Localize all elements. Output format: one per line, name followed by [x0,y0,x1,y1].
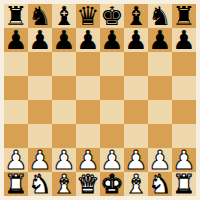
square-a7[interactable]: ♟ [4,28,28,52]
square-e7[interactable]: ♟ [100,28,124,52]
square-g1[interactable]: ♞ [148,172,172,196]
square-d7[interactable]: ♟ [76,28,100,52]
square-a6[interactable] [4,52,28,76]
black-pawn[interactable]: ♟ [100,28,123,52]
square-b6[interactable] [28,52,52,76]
square-g5[interactable] [148,76,172,100]
white-rook[interactable]: ♜ [4,172,27,196]
square-a1[interactable]: ♜ [4,172,28,196]
square-h4[interactable] [172,100,196,124]
square-a4[interactable] [4,100,28,124]
black-pawn[interactable]: ♟ [172,28,195,52]
square-f4[interactable] [124,100,148,124]
square-h1[interactable]: ♜ [172,172,196,196]
square-c4[interactable] [52,100,76,124]
square-h7[interactable]: ♟ [172,28,196,52]
black-pawn[interactable]: ♟ [76,28,99,52]
square-f6[interactable] [124,52,148,76]
square-e1[interactable]: ♚ [100,172,124,196]
square-f7[interactable]: ♟ [124,28,148,52]
square-d4[interactable] [76,100,100,124]
square-f1[interactable]: ♝ [124,172,148,196]
square-c7[interactable]: ♟ [52,28,76,52]
square-g6[interactable] [148,52,172,76]
white-knight[interactable]: ♞ [148,172,171,196]
white-bishop[interactable]: ♝ [124,172,147,196]
square-e6[interactable] [100,52,124,76]
square-c5[interactable] [52,76,76,100]
board-frame: ♜♞♝♛♚♝♞♜♟♟♟♟♟♟♟♟♟♟♟♟♟♟♟♟♜♞♝♛♚♝♞♜ [0,0,200,200]
square-f5[interactable] [124,76,148,100]
square-b7[interactable]: ♟ [28,28,52,52]
square-d5[interactable] [76,76,100,100]
square-h5[interactable] [172,76,196,100]
square-h6[interactable] [172,52,196,76]
square-b1[interactable]: ♞ [28,172,52,196]
square-a5[interactable] [4,76,28,100]
chess-board: ♜♞♝♛♚♝♞♜♟♟♟♟♟♟♟♟♟♟♟♟♟♟♟♟♜♞♝♛♚♝♞♜ [4,4,196,196]
square-g4[interactable] [148,100,172,124]
black-pawn[interactable]: ♟ [28,28,51,52]
square-b5[interactable] [28,76,52,100]
white-queen[interactable]: ♛ [76,172,99,196]
square-g7[interactable]: ♟ [148,28,172,52]
square-c6[interactable] [52,52,76,76]
black-pawn[interactable]: ♟ [124,28,147,52]
square-d1[interactable]: ♛ [76,172,100,196]
square-c1[interactable]: ♝ [52,172,76,196]
square-d6[interactable] [76,52,100,76]
square-b4[interactable] [28,100,52,124]
black-pawn[interactable]: ♟ [148,28,171,52]
white-bishop[interactable]: ♝ [52,172,75,196]
square-e4[interactable] [100,100,124,124]
square-e5[interactable] [100,76,124,100]
white-rook[interactable]: ♜ [172,172,195,196]
black-pawn[interactable]: ♟ [4,28,27,52]
black-pawn[interactable]: ♟ [52,28,75,52]
white-knight[interactable]: ♞ [28,172,51,196]
white-king[interactable]: ♚ [100,172,123,196]
